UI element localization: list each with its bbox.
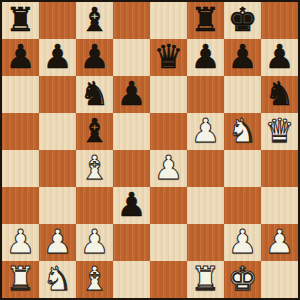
white-pawn[interactable]: ♟ xyxy=(43,225,73,258)
square-d3[interactable]: ♟ xyxy=(113,187,150,224)
white-rook[interactable]: ♜ xyxy=(191,262,221,295)
square-e2[interactable] xyxy=(150,224,187,261)
square-c3[interactable] xyxy=(76,187,113,224)
square-b6[interactable] xyxy=(39,76,76,113)
square-d5[interactable] xyxy=(113,113,150,150)
square-h5[interactable]: ♛ xyxy=(261,113,298,150)
square-f5[interactable]: ♟ xyxy=(187,113,224,150)
white-knight[interactable]: ♞ xyxy=(43,262,73,295)
square-e4[interactable]: ♟ xyxy=(150,150,187,187)
white-pawn[interactable]: ♟ xyxy=(6,225,36,258)
white-bishop[interactable]: ♝ xyxy=(80,262,110,295)
white-rook[interactable]: ♜ xyxy=(6,262,36,295)
black-bishop[interactable]: ♝ xyxy=(80,3,110,36)
square-h7[interactable]: ♟ xyxy=(261,39,298,76)
black-queen[interactable]: ♛ xyxy=(154,40,184,73)
black-knight[interactable]: ♞ xyxy=(265,77,295,110)
square-c7[interactable]: ♟ xyxy=(76,39,113,76)
black-pawn[interactable]: ♟ xyxy=(80,40,110,73)
square-c2[interactable]: ♟ xyxy=(76,224,113,261)
square-d7[interactable] xyxy=(113,39,150,76)
black-rook[interactable]: ♜ xyxy=(6,3,36,36)
square-a6[interactable] xyxy=(2,76,39,113)
black-pawn[interactable]: ♟ xyxy=(228,40,258,73)
square-g7[interactable]: ♟ xyxy=(224,39,261,76)
black-rook[interactable]: ♜ xyxy=(191,3,221,36)
black-pawn[interactable]: ♟ xyxy=(6,40,36,73)
square-f4[interactable] xyxy=(187,150,224,187)
square-a5[interactable] xyxy=(2,113,39,150)
square-a2[interactable]: ♟ xyxy=(2,224,39,261)
black-king[interactable]: ♚ xyxy=(228,3,258,36)
square-g8[interactable]: ♚ xyxy=(224,2,261,39)
square-e5[interactable] xyxy=(150,113,187,150)
square-e3[interactable] xyxy=(150,187,187,224)
square-c4[interactable]: ♝ xyxy=(76,150,113,187)
square-b5[interactable] xyxy=(39,113,76,150)
black-pawn[interactable]: ♟ xyxy=(117,77,147,110)
square-f6[interactable] xyxy=(187,76,224,113)
square-f3[interactable] xyxy=(187,187,224,224)
square-b7[interactable]: ♟ xyxy=(39,39,76,76)
white-knight[interactable]: ♞ xyxy=(228,114,258,147)
square-a8[interactable]: ♜ xyxy=(2,2,39,39)
chess-board: ♜♝♜♚♟♟♟♛♟♟♟♞♟♞♝♟♞♛♝♟♟♟♟♟♟♟♜♞♝♜♚ xyxy=(0,0,300,300)
square-d8[interactable] xyxy=(113,2,150,39)
white-bishop[interactable]: ♝ xyxy=(80,151,110,184)
white-pawn[interactable]: ♟ xyxy=(228,225,258,258)
square-h2[interactable]: ♟ xyxy=(261,224,298,261)
square-c1[interactable]: ♝ xyxy=(76,261,113,298)
square-g3[interactable] xyxy=(224,187,261,224)
square-b1[interactable]: ♞ xyxy=(39,261,76,298)
square-c5[interactable]: ♝ xyxy=(76,113,113,150)
square-h4[interactable] xyxy=(261,150,298,187)
square-h1[interactable] xyxy=(261,261,298,298)
square-d1[interactable] xyxy=(113,261,150,298)
black-knight[interactable]: ♞ xyxy=(80,77,110,110)
square-e6[interactable] xyxy=(150,76,187,113)
black-pawn[interactable]: ♟ xyxy=(43,40,73,73)
black-pawn[interactable]: ♟ xyxy=(191,40,221,73)
square-f1[interactable]: ♜ xyxy=(187,261,224,298)
square-h3[interactable] xyxy=(261,187,298,224)
black-bishop[interactable]: ♝ xyxy=(80,114,110,147)
square-c6[interactable]: ♞ xyxy=(76,76,113,113)
square-e7[interactable]: ♛ xyxy=(150,39,187,76)
white-pawn[interactable]: ♟ xyxy=(265,225,295,258)
square-b4[interactable] xyxy=(39,150,76,187)
white-queen[interactable]: ♛ xyxy=(265,114,295,147)
square-g6[interactable] xyxy=(224,76,261,113)
square-d6[interactable]: ♟ xyxy=(113,76,150,113)
square-g1[interactable]: ♚ xyxy=(224,261,261,298)
square-g4[interactable] xyxy=(224,150,261,187)
square-c8[interactable]: ♝ xyxy=(76,2,113,39)
square-h6[interactable]: ♞ xyxy=(261,76,298,113)
square-f7[interactable]: ♟ xyxy=(187,39,224,76)
white-pawn[interactable]: ♟ xyxy=(154,151,184,184)
white-pawn[interactable]: ♟ xyxy=(191,114,221,147)
square-g2[interactable]: ♟ xyxy=(224,224,261,261)
square-h8[interactable] xyxy=(261,2,298,39)
square-a7[interactable]: ♟ xyxy=(2,39,39,76)
square-g5[interactable]: ♞ xyxy=(224,113,261,150)
square-b3[interactable] xyxy=(39,187,76,224)
square-e1[interactable] xyxy=(150,261,187,298)
white-king[interactable]: ♚ xyxy=(228,262,258,295)
square-a3[interactable] xyxy=(2,187,39,224)
white-pawn[interactable]: ♟ xyxy=(80,225,110,258)
square-a1[interactable]: ♜ xyxy=(2,261,39,298)
black-pawn[interactable]: ♟ xyxy=(117,188,147,221)
square-b2[interactable]: ♟ xyxy=(39,224,76,261)
square-d4[interactable] xyxy=(113,150,150,187)
square-d2[interactable] xyxy=(113,224,150,261)
square-a4[interactable] xyxy=(2,150,39,187)
square-f2[interactable] xyxy=(187,224,224,261)
black-pawn[interactable]: ♟ xyxy=(265,40,295,73)
square-b8[interactable] xyxy=(39,2,76,39)
square-e8[interactable] xyxy=(150,2,187,39)
square-f8[interactable]: ♜ xyxy=(187,2,224,39)
